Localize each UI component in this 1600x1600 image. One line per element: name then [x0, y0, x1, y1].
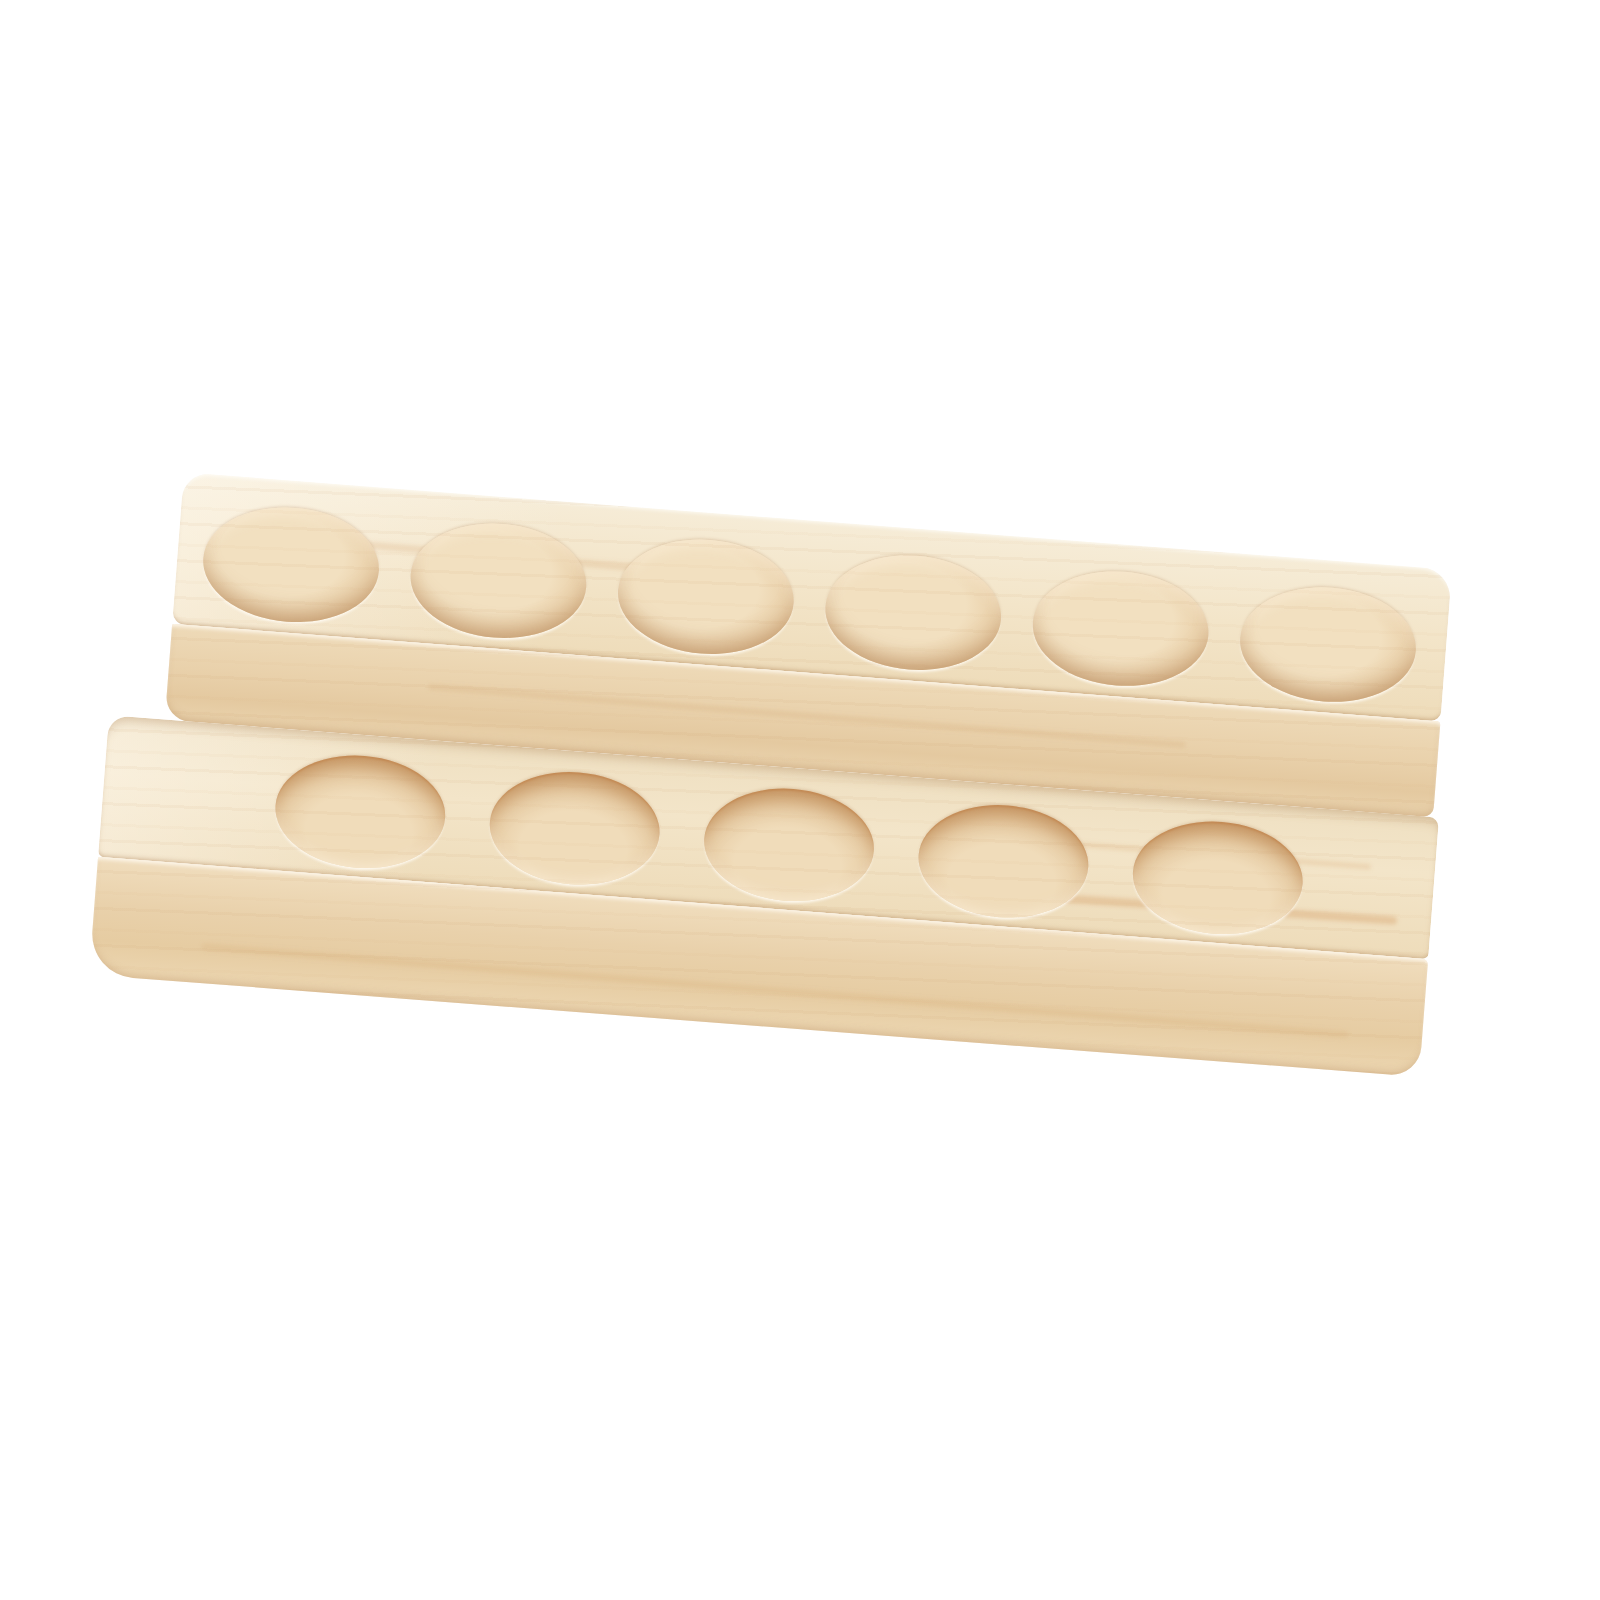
- pit-lower-5: [1128, 815, 1306, 940]
- pit-upper-4: [821, 549, 1005, 676]
- pit-lower-1: [271, 749, 449, 874]
- pit-upper-5: [1028, 565, 1212, 692]
- pit-lower-3: [699, 782, 877, 907]
- wood-grain-streak: [428, 684, 1186, 748]
- pit-upper-2: [406, 517, 590, 644]
- pit-upper-3: [614, 533, 798, 660]
- pit-lower-2: [485, 766, 663, 891]
- pit-upper-6: [1236, 581, 1420, 708]
- pit-upper-1: [199, 501, 383, 628]
- wood-grain-streak: [201, 943, 1348, 1038]
- mancala-board: [89, 468, 1458, 1077]
- pit-lower-4: [914, 799, 1092, 924]
- photo-background: [0, 0, 1600, 1600]
